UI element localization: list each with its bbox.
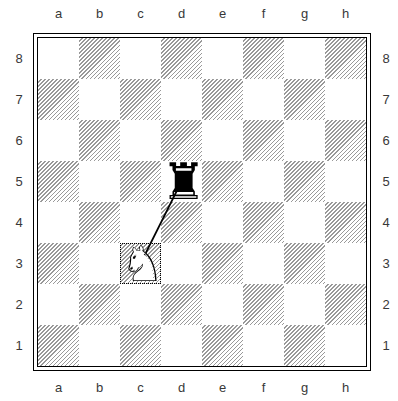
square-a2[interactable]: [38, 284, 79, 325]
file-labels-bottom: abcdefgh: [38, 379, 366, 396]
piece-white-knight[interactable]: ♞♘: [120, 243, 161, 284]
file-label-d: d: [161, 5, 202, 22]
rank-label-4: 4: [9, 202, 29, 243]
rank-label-8: 8: [9, 38, 29, 79]
file-label-f: f: [243, 5, 284, 22]
square-c3[interactable]: ♞♘: [120, 243, 161, 284]
square-a1[interactable]: [38, 325, 79, 366]
square-c1[interactable]: [120, 325, 161, 366]
square-e4[interactable]: [202, 202, 243, 243]
file-label-a: a: [38, 5, 79, 22]
square-f2[interactable]: [243, 284, 284, 325]
square-d2[interactable]: [161, 284, 202, 325]
square-h7[interactable]: [325, 79, 366, 120]
file-label-e: e: [202, 379, 243, 396]
square-g6[interactable]: [284, 120, 325, 161]
file-label-e: e: [202, 5, 243, 22]
square-c7[interactable]: [120, 79, 161, 120]
file-label-f: f: [243, 379, 284, 396]
square-f4[interactable]: [243, 202, 284, 243]
rank-label-3: 3: [9, 243, 29, 284]
file-label-a: a: [38, 379, 79, 396]
white-knight-glyph: ♘: [120, 243, 161, 284]
square-a4[interactable]: [38, 202, 79, 243]
rank-label-4: 4: [376, 202, 396, 243]
square-g7[interactable]: [284, 79, 325, 120]
square-f6[interactable]: [243, 120, 284, 161]
square-c5[interactable]: [120, 161, 161, 202]
square-h2[interactable]: [325, 284, 366, 325]
square-h3[interactable]: [325, 243, 366, 284]
square-f8[interactable]: [243, 38, 284, 79]
board-grid: ♜♞♘: [38, 38, 366, 366]
square-g2[interactable]: [284, 284, 325, 325]
file-labels-top: abcdefgh: [38, 5, 366, 22]
rank-label-1: 1: [9, 325, 29, 366]
square-d3[interactable]: [161, 243, 202, 284]
file-label-b: b: [79, 5, 120, 22]
square-d7[interactable]: [161, 79, 202, 120]
file-label-d: d: [161, 379, 202, 396]
chess-diagram: abcdefgh 87654321 87654321 abcdefgh ♜♞♘: [0, 0, 398, 401]
square-h1[interactable]: [325, 325, 366, 366]
square-b2[interactable]: [79, 284, 120, 325]
square-f1[interactable]: [243, 325, 284, 366]
file-label-h: h: [325, 5, 366, 22]
rank-labels-left: 87654321: [9, 38, 29, 366]
square-b5[interactable]: [79, 161, 120, 202]
rank-label-6: 6: [9, 120, 29, 161]
file-label-g: g: [284, 379, 325, 396]
square-g1[interactable]: [284, 325, 325, 366]
square-h4[interactable]: [325, 202, 366, 243]
square-b8[interactable]: [79, 38, 120, 79]
rank-label-7: 7: [376, 79, 396, 120]
square-d8[interactable]: [161, 38, 202, 79]
square-b1[interactable]: [79, 325, 120, 366]
square-b4[interactable]: [79, 202, 120, 243]
rank-label-6: 6: [376, 120, 396, 161]
square-g3[interactable]: [284, 243, 325, 284]
black-rook-glyph: ♜: [161, 161, 202, 202]
square-h6[interactable]: [325, 120, 366, 161]
file-label-g: g: [284, 5, 325, 22]
rank-label-2: 2: [376, 284, 396, 325]
square-e1[interactable]: [202, 325, 243, 366]
square-c8[interactable]: [120, 38, 161, 79]
square-a6[interactable]: [38, 120, 79, 161]
rank-label-3: 3: [376, 243, 396, 284]
square-e2[interactable]: [202, 284, 243, 325]
square-f3[interactable]: [243, 243, 284, 284]
square-e8[interactable]: [202, 38, 243, 79]
square-c6[interactable]: [120, 120, 161, 161]
square-e7[interactable]: [202, 79, 243, 120]
square-d1[interactable]: [161, 325, 202, 366]
rank-label-5: 5: [376, 161, 396, 202]
file-label-b: b: [79, 379, 120, 396]
rank-label-2: 2: [9, 284, 29, 325]
square-g8[interactable]: [284, 38, 325, 79]
square-f7[interactable]: [243, 79, 284, 120]
chessboard-frame: ♜♞♘: [33, 33, 371, 371]
file-label-h: h: [325, 379, 366, 396]
rank-label-5: 5: [9, 161, 29, 202]
square-a8[interactable]: [38, 38, 79, 79]
square-f5[interactable]: [243, 161, 284, 202]
piece-black-rook[interactable]: ♜: [161, 161, 202, 202]
square-a5[interactable]: [38, 161, 79, 202]
square-d5[interactable]: ♜: [161, 161, 202, 202]
square-b3[interactable]: [79, 243, 120, 284]
square-g5[interactable]: [284, 161, 325, 202]
square-b6[interactable]: [79, 120, 120, 161]
rank-label-1: 1: [376, 325, 396, 366]
square-h8[interactable]: [325, 38, 366, 79]
square-b7[interactable]: [79, 79, 120, 120]
rank-labels-right: 87654321: [376, 38, 396, 366]
rank-label-7: 7: [9, 79, 29, 120]
square-g4[interactable]: [284, 202, 325, 243]
square-h5[interactable]: [325, 161, 366, 202]
square-e3[interactable]: [202, 243, 243, 284]
square-a3[interactable]: [38, 243, 79, 284]
square-a7[interactable]: [38, 79, 79, 120]
file-label-c: c: [120, 379, 161, 396]
file-label-c: c: [120, 5, 161, 22]
square-e6[interactable]: [202, 120, 243, 161]
square-e5[interactable]: [202, 161, 243, 202]
rank-label-8: 8: [376, 38, 396, 79]
chessboard: ♜♞♘: [37, 37, 367, 367]
